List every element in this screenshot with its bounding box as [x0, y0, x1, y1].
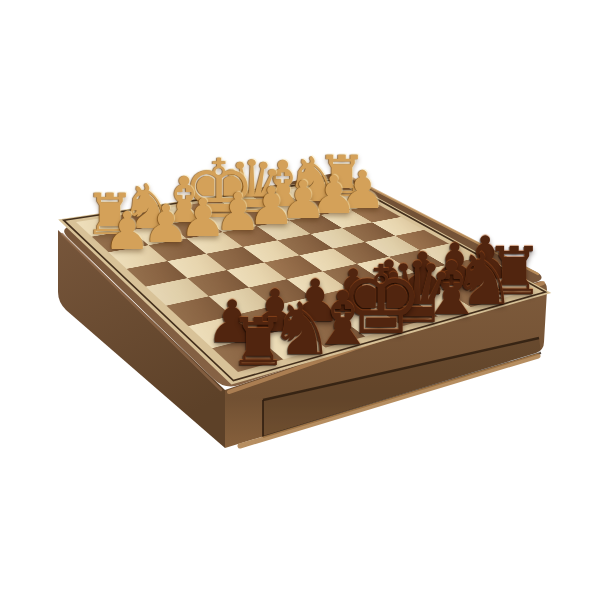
chess-set-product-photo: ♜♞♝♛♚♝♞♜♟♟♟♟♟♟♟♟♟♟♟♟♟♟♟♟♜♞♝♛♚♝♞♜ — [0, 0, 600, 600]
piece-white-pawn-h2[interactable]: ♟ — [104, 205, 151, 257]
piece-black-rook-h8[interactable]: ♜ — [229, 310, 288, 376]
